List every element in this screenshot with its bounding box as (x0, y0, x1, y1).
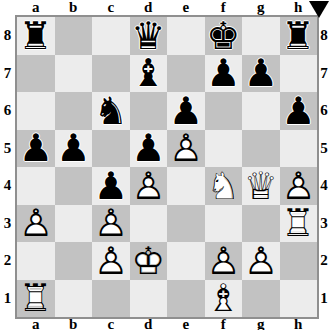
file-label-a: a (17, 0, 55, 15)
square-c4[interactable]: ♟ (92, 167, 130, 205)
piece-white-bishop: ♝♗ (205, 280, 243, 318)
square-b2[interactable] (55, 242, 93, 280)
piece-white-king: ♚♔ (130, 242, 168, 280)
chessboard: ♜♛♚♜♝♟♟♞♟♟♟♟♟♟♙♟♟♙♞♘♛♕♟♙♟♙♟♙♜♖♟♙♚♔♟♙♟♙♜♖… (15, 15, 319, 319)
square-b7[interactable] (55, 55, 93, 93)
piece-glyph: ♟ (205, 55, 243, 93)
piece-glyph-fill: ♟ (167, 130, 205, 168)
piece-glyph: ♟ (92, 167, 130, 205)
piece-glyph-fill: ♟ (92, 242, 130, 280)
piece-white-pawn: ♟♙ (17, 205, 55, 243)
rank-label-5: 5 (0, 130, 15, 168)
piece-black-rook: ♜ (17, 17, 55, 55)
piece-glyph: ♟ (242, 55, 280, 93)
square-g6[interactable] (242, 92, 280, 130)
piece-glyph-outline: ♙ (130, 167, 168, 205)
square-a2[interactable] (17, 242, 55, 280)
square-d3[interactable] (130, 205, 168, 243)
piece-black-king: ♚ (205, 17, 243, 55)
rank-label-8: 8 (0, 17, 15, 55)
square-e8[interactable] (167, 17, 205, 55)
file-label-a: a (17, 318, 55, 330)
piece-glyph-fill: ♝ (205, 280, 243, 318)
square-d1[interactable] (130, 280, 168, 318)
file-label-c: c (92, 318, 130, 330)
rank-label-6: 6 (318, 92, 330, 130)
square-h1[interactable] (280, 280, 318, 318)
square-g4[interactable]: ♛♕ (242, 167, 280, 205)
piece-black-pawn: ♟ (130, 130, 168, 168)
square-a4[interactable] (17, 167, 55, 205)
piece-glyph-outline: ♕ (242, 167, 280, 205)
piece-white-pawn: ♟♙ (167, 130, 205, 168)
file-label-f: f (205, 318, 243, 330)
rank-label-4: 4 (318, 167, 330, 205)
square-b3[interactable] (55, 205, 93, 243)
piece-white-pawn: ♟♙ (130, 167, 168, 205)
square-f6[interactable] (205, 92, 243, 130)
square-g2[interactable]: ♟♙ (242, 242, 280, 280)
square-a5[interactable]: ♟ (17, 130, 55, 168)
piece-white-pawn: ♟♙ (92, 242, 130, 280)
square-c8[interactable] (92, 17, 130, 55)
piece-glyph-outline: ♙ (280, 167, 318, 205)
square-e3[interactable] (167, 205, 205, 243)
file-label-e: e (167, 0, 205, 15)
file-label-g: g (242, 318, 280, 330)
piece-glyph-fill: ♟ (242, 242, 280, 280)
square-d4[interactable]: ♟♙ (130, 167, 168, 205)
file-label-g: g (242, 0, 280, 15)
square-a3[interactable]: ♟♙ (17, 205, 55, 243)
piece-glyph-outline: ♖ (280, 205, 318, 243)
square-h8[interactable]: ♜ (280, 17, 318, 55)
piece-white-pawn: ♟♙ (280, 167, 318, 205)
piece-glyph-outline: ♙ (167, 130, 205, 168)
file-label-c: c (92, 0, 130, 15)
piece-glyph-fill: ♛ (242, 167, 280, 205)
square-h7[interactable] (280, 55, 318, 93)
piece-glyph: ♜ (17, 17, 55, 55)
piece-glyph: ♟ (280, 92, 318, 130)
piece-glyph-outline: ♙ (205, 242, 243, 280)
square-h4[interactable]: ♟♙ (280, 167, 318, 205)
square-f2[interactable]: ♟♙ (205, 242, 243, 280)
piece-white-pawn: ♟♙ (242, 242, 280, 280)
piece-glyph-fill: ♜ (280, 205, 318, 243)
chess-diagram: abcdefgh abcdefgh 87654321 87654321 ♜♛♚♜… (0, 0, 330, 330)
piece-glyph: ♛ (130, 17, 168, 55)
file-labels-bottom: abcdefgh (17, 318, 317, 330)
square-f4[interactable]: ♞♘ (205, 167, 243, 205)
square-e7[interactable] (167, 55, 205, 93)
square-a7[interactable] (17, 55, 55, 93)
rank-label-5: 5 (318, 130, 330, 168)
rank-label-3: 3 (318, 205, 330, 243)
square-b5[interactable]: ♟ (55, 130, 93, 168)
rank-label-2: 2 (318, 242, 330, 280)
piece-black-pawn: ♟ (167, 92, 205, 130)
rank-label-2: 2 (0, 242, 15, 280)
file-label-d: d (130, 0, 168, 15)
piece-black-knight: ♞ (92, 92, 130, 130)
black-to-move-indicator (309, 1, 329, 18)
piece-white-rook: ♜♖ (280, 205, 318, 243)
square-e2[interactable] (167, 242, 205, 280)
square-f7[interactable]: ♟ (205, 55, 243, 93)
piece-glyph: ♜ (280, 17, 318, 55)
piece-white-rook: ♜♖ (17, 280, 55, 318)
square-e1[interactable] (167, 280, 205, 318)
square-h6[interactable]: ♟ (280, 92, 318, 130)
piece-glyph: ♟ (130, 130, 168, 168)
piece-glyph-outline: ♖ (17, 280, 55, 318)
piece-glyph-fill: ♟ (92, 205, 130, 243)
piece-black-pawn: ♟ (55, 130, 93, 168)
square-b1[interactable] (55, 280, 93, 318)
piece-black-pawn: ♟ (280, 92, 318, 130)
piece-glyph: ♚ (205, 17, 243, 55)
square-b6[interactable] (55, 92, 93, 130)
square-f1[interactable]: ♝♗ (205, 280, 243, 318)
square-c5[interactable] (92, 130, 130, 168)
square-b4[interactable] (55, 167, 93, 205)
file-label-f: f (205, 0, 243, 15)
piece-black-bishop: ♝ (130, 55, 168, 93)
rank-label-1: 1 (318, 280, 330, 318)
piece-white-pawn: ♟♙ (92, 205, 130, 243)
rank-label-8: 8 (318, 17, 330, 55)
square-a6[interactable] (17, 92, 55, 130)
file-labels-top: abcdefgh (17, 0, 317, 15)
piece-white-queen: ♛♕ (242, 167, 280, 205)
square-c6[interactable]: ♞ (92, 92, 130, 130)
square-d8[interactable]: ♛ (130, 17, 168, 55)
rank-label-7: 7 (318, 55, 330, 93)
piece-glyph-fill: ♜ (17, 280, 55, 318)
piece-glyph-outline: ♙ (92, 242, 130, 280)
rank-labels-left: 87654321 (0, 17, 15, 317)
square-h3[interactable]: ♜♖ (280, 205, 318, 243)
piece-white-knight: ♞♘ (205, 167, 243, 205)
square-a8[interactable]: ♜ (17, 17, 55, 55)
file-label-h: h (280, 318, 318, 330)
square-g5[interactable] (242, 130, 280, 168)
piece-glyph-fill: ♞ (205, 167, 243, 205)
piece-white-pawn: ♟♙ (205, 242, 243, 280)
square-c2[interactable]: ♟♙ (92, 242, 130, 280)
piece-glyph-fill: ♟ (17, 205, 55, 243)
file-label-d: d (130, 318, 168, 330)
piece-glyph-fill: ♚ (130, 242, 168, 280)
piece-glyph: ♞ (92, 92, 130, 130)
piece-glyph-fill: ♟ (205, 242, 243, 280)
square-h2[interactable] (280, 242, 318, 280)
square-d5[interactable]: ♟ (130, 130, 168, 168)
rank-label-3: 3 (0, 205, 15, 243)
square-e6[interactable]: ♟ (167, 92, 205, 130)
file-label-b: b (55, 0, 93, 15)
square-g3[interactable] (242, 205, 280, 243)
piece-black-pawn: ♟ (92, 167, 130, 205)
rank-label-6: 6 (0, 92, 15, 130)
rank-label-4: 4 (0, 167, 15, 205)
piece-glyph: ♟ (55, 130, 93, 168)
piece-black-queen: ♛ (130, 17, 168, 55)
square-f3[interactable] (205, 205, 243, 243)
square-c1[interactable] (92, 280, 130, 318)
piece-glyph: ♟ (167, 92, 205, 130)
square-c7[interactable] (92, 55, 130, 93)
square-f8[interactable]: ♚ (205, 17, 243, 55)
square-g7[interactable]: ♟ (242, 55, 280, 93)
piece-glyph-fill: ♟ (280, 167, 318, 205)
square-e4[interactable] (167, 167, 205, 205)
square-e5[interactable]: ♟♙ (167, 130, 205, 168)
file-label-e: e (167, 318, 205, 330)
piece-black-rook: ♜ (280, 17, 318, 55)
piece-glyph-outline: ♔ (130, 242, 168, 280)
square-c3[interactable]: ♟♙ (92, 205, 130, 243)
piece-glyph-outline: ♙ (17, 205, 55, 243)
square-d6[interactable] (130, 92, 168, 130)
piece-black-pawn: ♟ (242, 55, 280, 93)
piece-black-pawn: ♟ (205, 55, 243, 93)
square-d7[interactable]: ♝ (130, 55, 168, 93)
piece-glyph-fill: ♟ (130, 167, 168, 205)
square-g8[interactable] (242, 17, 280, 55)
square-a1[interactable]: ♜♖ (17, 280, 55, 318)
rank-label-1: 1 (0, 280, 15, 318)
square-b8[interactable] (55, 17, 93, 55)
square-g1[interactable] (242, 280, 280, 318)
piece-glyph: ♟ (17, 130, 55, 168)
square-f5[interactable] (205, 130, 243, 168)
piece-glyph-outline: ♙ (242, 242, 280, 280)
piece-glyph-outline: ♗ (205, 280, 243, 318)
file-label-b: b (55, 318, 93, 330)
square-h5[interactable] (280, 130, 318, 168)
rank-label-7: 7 (0, 55, 15, 93)
square-d2[interactable]: ♚♔ (130, 242, 168, 280)
piece-glyph: ♝ (130, 55, 168, 93)
piece-glyph-outline: ♙ (92, 205, 130, 243)
piece-glyph-outline: ♘ (205, 167, 243, 205)
piece-black-pawn: ♟ (17, 130, 55, 168)
rank-labels-right: 87654321 (318, 17, 330, 317)
